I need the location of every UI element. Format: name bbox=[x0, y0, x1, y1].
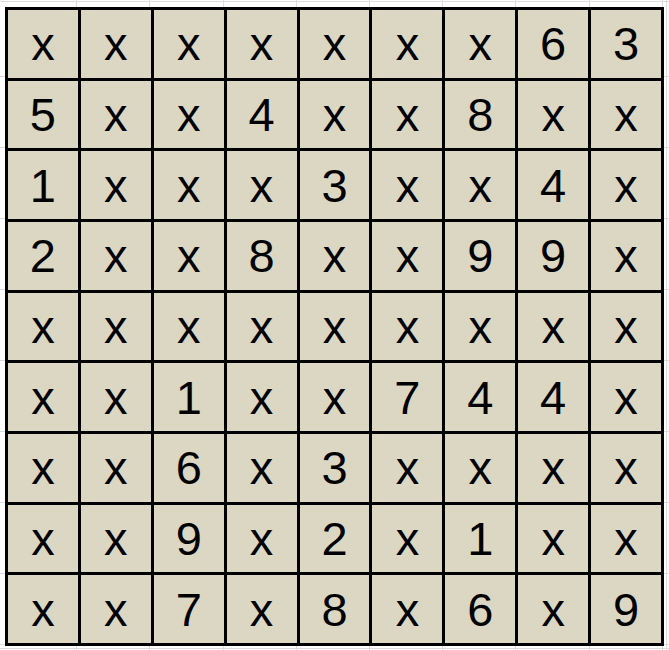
cell-r4c9[interactable]: x bbox=[591, 222, 661, 290]
cell-r6c3[interactable]: 1 bbox=[154, 363, 224, 431]
cell-r7c1[interactable]: x bbox=[8, 434, 78, 502]
cell-r5c3[interactable]: x bbox=[154, 293, 224, 361]
cell-r5c7[interactable]: x bbox=[445, 293, 515, 361]
cell-r8c6[interactable]: x bbox=[372, 505, 442, 573]
cell-r7c3[interactable]: 6 bbox=[154, 434, 224, 502]
cell-r1c6[interactable]: x bbox=[372, 10, 442, 78]
cell-r2c1[interactable]: 5 bbox=[8, 81, 78, 149]
cell-r3c2[interactable]: x bbox=[81, 151, 151, 219]
cell-r1c5[interactable]: x bbox=[300, 10, 370, 78]
cell-r1c9[interactable]: 3 bbox=[591, 10, 661, 78]
cell-r3c7[interactable]: x bbox=[445, 151, 515, 219]
cell-r7c6[interactable]: x bbox=[372, 434, 442, 502]
cell-r3c3[interactable]: x bbox=[154, 151, 224, 219]
cell-r5c6[interactable]: x bbox=[372, 293, 442, 361]
margin-gridline-top bbox=[0, 1, 669, 2]
cell-r7c5[interactable]: 3 bbox=[300, 434, 370, 502]
cell-r7c8[interactable]: x bbox=[518, 434, 588, 502]
cell-r4c4[interactable]: 8 bbox=[227, 222, 297, 290]
cell-r9c3[interactable]: 7 bbox=[154, 575, 224, 643]
cell-r2c7[interactable]: 8 bbox=[445, 81, 515, 149]
cell-r2c6[interactable]: x bbox=[372, 81, 442, 149]
cell-r8c5[interactable]: 2 bbox=[300, 505, 370, 573]
cell-r8c4[interactable]: x bbox=[227, 505, 297, 573]
cell-r6c2[interactable]: x bbox=[81, 363, 151, 431]
cell-r1c4[interactable]: x bbox=[227, 10, 297, 78]
cell-r1c8[interactable]: 6 bbox=[518, 10, 588, 78]
cell-r5c2[interactable]: x bbox=[81, 293, 151, 361]
cell-r6c1[interactable]: x bbox=[8, 363, 78, 431]
cell-r6c7[interactable]: 4 bbox=[445, 363, 515, 431]
cell-r8c2[interactable]: x bbox=[81, 505, 151, 573]
cell-r5c4[interactable]: x bbox=[227, 293, 297, 361]
cell-r9c7[interactable]: 6 bbox=[445, 575, 515, 643]
cell-r4c1[interactable]: 2 bbox=[8, 222, 78, 290]
cell-r4c7[interactable]: 9 bbox=[445, 222, 515, 290]
cell-r5c8[interactable]: x bbox=[518, 293, 588, 361]
cell-r2c3[interactable]: x bbox=[154, 81, 224, 149]
cell-r5c9[interactable]: x bbox=[591, 293, 661, 361]
cell-r8c8[interactable]: x bbox=[518, 505, 588, 573]
cell-r6c6[interactable]: 7 bbox=[372, 363, 442, 431]
cell-r3c9[interactable]: x bbox=[591, 151, 661, 219]
cell-r5c1[interactable]: x bbox=[8, 293, 78, 361]
cell-r8c3[interactable]: 9 bbox=[154, 505, 224, 573]
cell-r6c5[interactable]: x bbox=[300, 363, 370, 431]
cell-r9c6[interactable]: x bbox=[372, 575, 442, 643]
cell-r7c2[interactable]: x bbox=[81, 434, 151, 502]
cell-r7c9[interactable]: x bbox=[591, 434, 661, 502]
cell-r2c8[interactable]: x bbox=[518, 81, 588, 149]
cell-r1c7[interactable]: x bbox=[445, 10, 515, 78]
board: xxxxxxx635xx4xx8xx1xxx3xx4x2xx8xx99xxxxx… bbox=[5, 7, 664, 646]
cell-r9c2[interactable]: x bbox=[81, 575, 151, 643]
margin-gridline-bottom bbox=[0, 648, 669, 649]
cell-r7c7[interactable]: x bbox=[445, 434, 515, 502]
cell-r2c5[interactable]: x bbox=[300, 81, 370, 149]
cell-r9c8[interactable]: x bbox=[518, 575, 588, 643]
cell-r8c7[interactable]: 1 bbox=[445, 505, 515, 573]
cell-r1c2[interactable]: x bbox=[81, 10, 151, 78]
cell-r3c6[interactable]: x bbox=[372, 151, 442, 219]
cell-r2c9[interactable]: x bbox=[591, 81, 661, 149]
cell-r7c4[interactable]: x bbox=[227, 434, 297, 502]
cell-r8c9[interactable]: x bbox=[591, 505, 661, 573]
cell-r6c8[interactable]: 4 bbox=[518, 363, 588, 431]
cell-r9c1[interactable]: x bbox=[8, 575, 78, 643]
cell-r2c2[interactable]: x bbox=[81, 81, 151, 149]
cell-r9c5[interactable]: 8 bbox=[300, 575, 370, 643]
cell-r9c4[interactable]: x bbox=[227, 575, 297, 643]
cell-r6c9[interactable]: x bbox=[591, 363, 661, 431]
cell-r3c8[interactable]: 4 bbox=[518, 151, 588, 219]
cell-r3c1[interactable]: 1 bbox=[8, 151, 78, 219]
cell-r6c4[interactable]: x bbox=[227, 363, 297, 431]
cell-r4c6[interactable]: x bbox=[372, 222, 442, 290]
cell-r1c1[interactable]: x bbox=[8, 10, 78, 78]
margin-gridline-right bbox=[666, 0, 667, 650]
cell-r4c8[interactable]: 9 bbox=[518, 222, 588, 290]
cell-r3c5[interactable]: 3 bbox=[300, 151, 370, 219]
cell-r8c1[interactable]: x bbox=[8, 505, 78, 573]
cell-r4c3[interactable]: x bbox=[154, 222, 224, 290]
cell-r9c9[interactable]: 9 bbox=[591, 575, 661, 643]
cell-r1c3[interactable]: x bbox=[154, 10, 224, 78]
cell-r4c2[interactable]: x bbox=[81, 222, 151, 290]
cell-r4c5[interactable]: x bbox=[300, 222, 370, 290]
cell-r2c4[interactable]: 4 bbox=[227, 81, 297, 149]
cell-r3c4[interactable]: x bbox=[227, 151, 297, 219]
cell-r5c5[interactable]: x bbox=[300, 293, 370, 361]
